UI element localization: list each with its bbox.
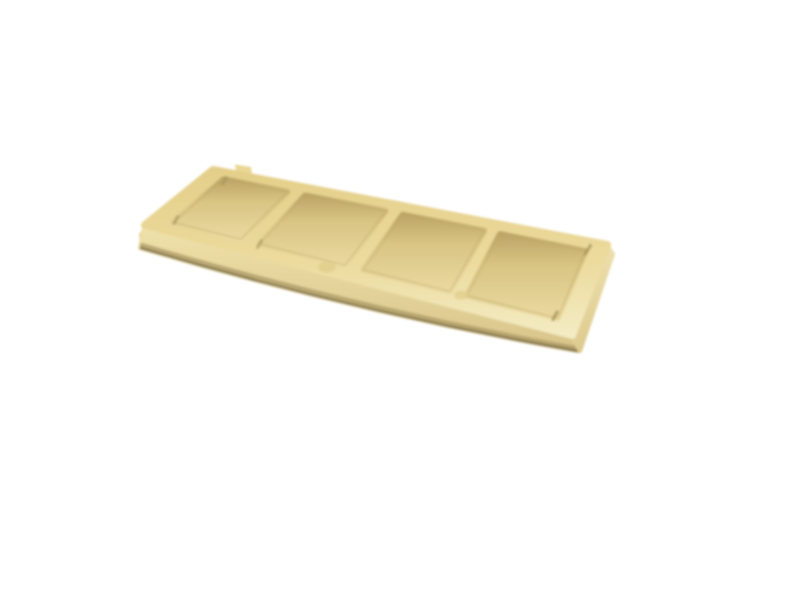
product-photo [0, 0, 800, 600]
rim-notch-2 [454, 291, 468, 300]
rim-notch-1 [318, 262, 336, 273]
product-image [0, 0, 800, 600]
